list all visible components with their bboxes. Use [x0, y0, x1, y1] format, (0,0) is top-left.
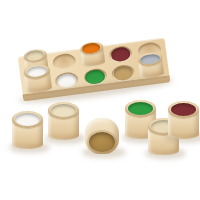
- recess-r0c3[interactable]: [108, 45, 133, 64]
- loose-cylinder-cream[interactable]: [48, 102, 79, 140]
- loose-cylinder-white[interactable]: [12, 111, 43, 149]
- recess-r0c1[interactable]: [52, 52, 77, 71]
- loose-cylinder-sandpaper[interactable]: [85, 118, 119, 154]
- texture-grey: [140, 53, 160, 65]
- cylinder-rim: [48, 102, 79, 119]
- texture-cream: [51, 104, 76, 117]
- product-photo-stage: [0, 0, 200, 200]
- texture-white: [15, 113, 40, 126]
- board-cylinder-grey[interactable]: [137, 51, 164, 79]
- inlay-tan: [113, 65, 134, 81]
- texture-maroon: [171, 103, 196, 116]
- cylinder-rim: [12, 111, 43, 128]
- texture-orange: [81, 42, 100, 53]
- cylinder-rim: [168, 101, 199, 118]
- texture-white: [26, 65, 48, 78]
- inlay-maroon: [110, 46, 131, 62]
- loose-cylinder-maroon[interactable]: [168, 101, 199, 139]
- board-cylinder-orange[interactable]: [79, 41, 105, 68]
- texture-sand: [25, 50, 44, 61]
- board-cylinder-white[interactable]: [23, 63, 52, 94]
- texture-green: [128, 102, 153, 115]
- cylinder-rim: [125, 100, 156, 117]
- texture-sandpaper: [89, 132, 115, 152]
